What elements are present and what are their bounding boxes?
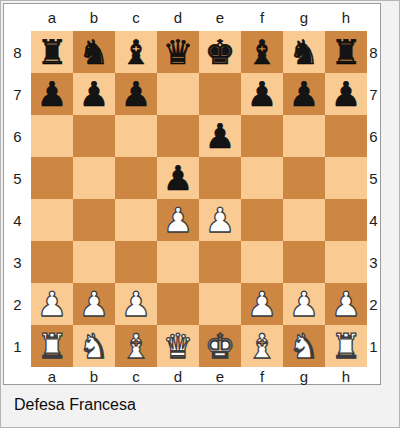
piece-black-pawn: ♟ — [163, 161, 193, 195]
square-a5 — [31, 157, 73, 199]
rank-label-right-3: 3 — [367, 241, 380, 283]
square-h2: ♟ — [325, 283, 367, 325]
square-g2: ♟ — [283, 283, 325, 325]
square-g1: ♞ — [283, 325, 325, 367]
rank-label-left-7: 7 — [4, 73, 31, 115]
file-label-top-d: d — [157, 4, 199, 31]
chess-diagram-figure[interactable]: abcdefgh8♜♞♝♛♚♝♞♜87♟♟♟♟♟♟76♟65♟54♟♟4332♟… — [0, 0, 400, 428]
file-label-top-e: e — [199, 4, 241, 31]
square-d7 — [157, 73, 199, 115]
square-c4 — [115, 199, 157, 241]
square-e8: ♚ — [199, 31, 241, 73]
square-b3 — [73, 241, 115, 283]
square-d8: ♛ — [157, 31, 199, 73]
piece-black-pawn: ♟ — [205, 119, 235, 153]
corner-top-left — [4, 4, 31, 31]
square-f2: ♟ — [241, 283, 283, 325]
square-g3 — [283, 241, 325, 283]
file-label-bottom-h: h — [325, 367, 367, 384]
piece-black-knight: ♞ — [289, 35, 319, 69]
piece-white-knight: ♞ — [289, 329, 319, 363]
square-c6 — [115, 115, 157, 157]
file-label-bottom-b: b — [73, 367, 115, 384]
piece-black-rook: ♜ — [331, 35, 361, 69]
corner-bottom-left — [4, 367, 31, 384]
piece-black-rook: ♜ — [37, 35, 67, 69]
piece-black-pawn: ♟ — [247, 77, 277, 111]
piece-black-pawn: ♟ — [289, 77, 319, 111]
piece-white-pawn: ♟ — [37, 287, 67, 321]
piece-white-bishop: ♝ — [247, 329, 277, 363]
square-a7: ♟ — [31, 73, 73, 115]
square-c1: ♝ — [115, 325, 157, 367]
square-h4 — [325, 199, 367, 241]
piece-white-knight: ♞ — [79, 329, 109, 363]
square-h8: ♜ — [325, 31, 367, 73]
rank-label-left-5: 5 — [4, 157, 31, 199]
rank-label-right-7: 7 — [367, 73, 380, 115]
piece-black-pawn: ♟ — [121, 77, 151, 111]
square-d6 — [157, 115, 199, 157]
file-label-bottom-a: a — [31, 367, 73, 384]
square-b8: ♞ — [73, 31, 115, 73]
piece-white-pawn: ♟ — [79, 287, 109, 321]
rank-label-left-2: 2 — [4, 283, 31, 325]
rank-label-left-8: 8 — [4, 31, 31, 73]
rank-label-right-2: 2 — [367, 283, 380, 325]
piece-white-rook: ♜ — [37, 329, 67, 363]
square-d1: ♛ — [157, 325, 199, 367]
square-a3 — [31, 241, 73, 283]
file-label-bottom-g: g — [283, 367, 325, 384]
rank-label-left-1: 1 — [4, 325, 31, 367]
square-e4: ♟ — [199, 199, 241, 241]
square-e5 — [199, 157, 241, 199]
square-d3 — [157, 241, 199, 283]
square-e7 — [199, 73, 241, 115]
piece-white-queen: ♛ — [163, 329, 193, 363]
square-d2 — [157, 283, 199, 325]
square-f5 — [241, 157, 283, 199]
file-label-top-g: g — [283, 4, 325, 31]
corner-top-right — [367, 4, 380, 31]
rank-label-right-4: 4 — [367, 199, 380, 241]
square-f6 — [241, 115, 283, 157]
rank-label-right-8: 8 — [367, 31, 380, 73]
square-g6 — [283, 115, 325, 157]
piece-black-pawn: ♟ — [79, 77, 109, 111]
piece-white-bishop: ♝ — [121, 329, 151, 363]
square-c3 — [115, 241, 157, 283]
square-a6 — [31, 115, 73, 157]
square-f3 — [241, 241, 283, 283]
piece-black-queen: ♛ — [163, 35, 193, 69]
square-b4 — [73, 199, 115, 241]
file-label-top-f: f — [241, 4, 283, 31]
square-h6 — [325, 115, 367, 157]
piece-black-knight: ♞ — [79, 35, 109, 69]
file-label-top-b: b — [73, 4, 115, 31]
piece-white-pawn: ♟ — [247, 287, 277, 321]
square-h3 — [325, 241, 367, 283]
piece-black-pawn: ♟ — [331, 77, 361, 111]
rank-label-right-1: 1 — [367, 325, 380, 367]
piece-black-pawn: ♟ — [37, 77, 67, 111]
file-label-top-c: c — [115, 4, 157, 31]
square-a8: ♜ — [31, 31, 73, 73]
square-e2 — [199, 283, 241, 325]
diagram-caption: Defesa Francesa — [1, 385, 399, 414]
piece-white-pawn: ♟ — [331, 287, 361, 321]
file-label-bottom-f: f — [241, 367, 283, 384]
square-c8: ♝ — [115, 31, 157, 73]
chess-diagram: abcdefgh8♜♞♝♛♚♝♞♜87♟♟♟♟♟♟76♟65♟54♟♟4332♟… — [3, 3, 381, 385]
square-f4 — [241, 199, 283, 241]
square-b5 — [73, 157, 115, 199]
square-g4 — [283, 199, 325, 241]
file-label-bottom-d: d — [157, 367, 199, 384]
square-a4 — [31, 199, 73, 241]
piece-white-pawn: ♟ — [163, 203, 193, 237]
piece-white-king: ♚ — [205, 329, 235, 363]
square-f7: ♟ — [241, 73, 283, 115]
rank-label-left-6: 6 — [4, 115, 31, 157]
rank-label-right-5: 5 — [367, 157, 380, 199]
square-g5 — [283, 157, 325, 199]
square-e1: ♚ — [199, 325, 241, 367]
square-h5 — [325, 157, 367, 199]
piece-black-bishop: ♝ — [247, 35, 277, 69]
rank-label-right-6: 6 — [367, 115, 380, 157]
square-g7: ♟ — [283, 73, 325, 115]
square-b1: ♞ — [73, 325, 115, 367]
file-label-bottom-c: c — [115, 367, 157, 384]
file-label-top-h: h — [325, 4, 367, 31]
square-a2: ♟ — [31, 283, 73, 325]
square-c5 — [115, 157, 157, 199]
piece-white-pawn: ♟ — [121, 287, 151, 321]
file-label-bottom-e: e — [199, 367, 241, 384]
piece-white-pawn: ♟ — [205, 203, 235, 237]
square-d4: ♟ — [157, 199, 199, 241]
square-a1: ♜ — [31, 325, 73, 367]
square-h1: ♜ — [325, 325, 367, 367]
piece-white-pawn: ♟ — [289, 287, 319, 321]
piece-black-king: ♚ — [205, 35, 235, 69]
square-c7: ♟ — [115, 73, 157, 115]
chess-board: abcdefgh8♜♞♝♛♚♝♞♜87♟♟♟♟♟♟76♟65♟54♟♟4332♟… — [4, 4, 380, 384]
square-g8: ♞ — [283, 31, 325, 73]
square-b6 — [73, 115, 115, 157]
corner-bottom-right — [367, 367, 380, 384]
square-e3 — [199, 241, 241, 283]
square-f8: ♝ — [241, 31, 283, 73]
rank-label-left-4: 4 — [4, 199, 31, 241]
piece-white-rook: ♜ — [331, 329, 361, 363]
square-f1: ♝ — [241, 325, 283, 367]
square-b7: ♟ — [73, 73, 115, 115]
piece-black-bishop: ♝ — [121, 35, 151, 69]
square-e6: ♟ — [199, 115, 241, 157]
square-c2: ♟ — [115, 283, 157, 325]
square-d5: ♟ — [157, 157, 199, 199]
square-b2: ♟ — [73, 283, 115, 325]
square-h7: ♟ — [325, 73, 367, 115]
rank-label-left-3: 3 — [4, 241, 31, 283]
file-label-top-a: a — [31, 4, 73, 31]
